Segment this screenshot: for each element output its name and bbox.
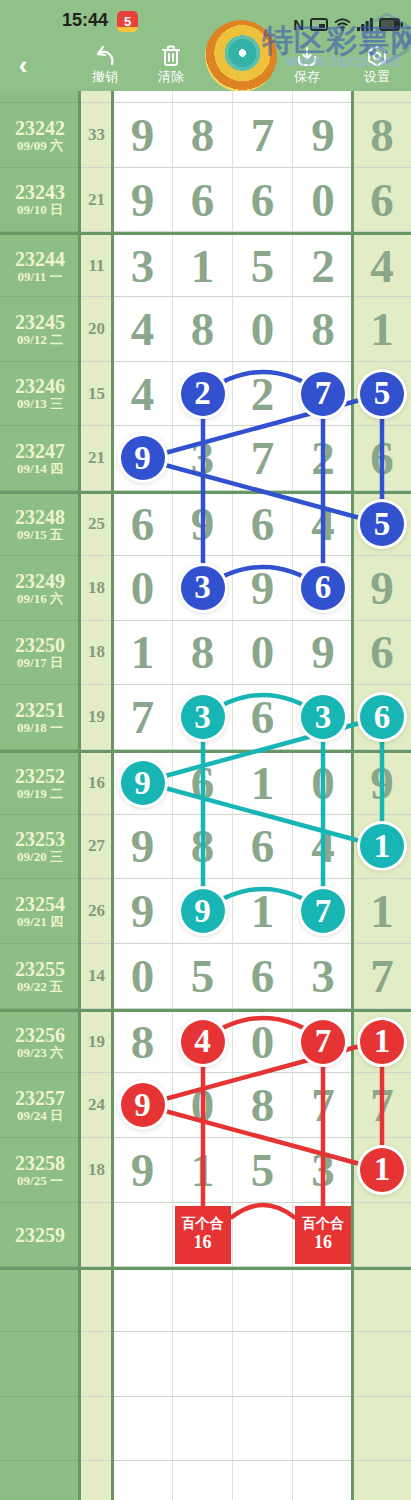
period-number: 23251 [15,699,65,721]
clear-button[interactable]: 清除 [140,44,202,90]
digit-cell[interactable]: 9 [113,879,173,944]
period-label-cell: 2324809/15 五 [0,494,80,556]
circled-digit[interactable]: 9 [181,889,225,933]
digit-cell[interactable]: 1 [353,1012,411,1074]
digit: 9 [131,1143,155,1197]
digit: 9 [131,819,155,873]
digit-cell[interactable]: 9 [173,494,233,556]
digit: 1 [191,1143,215,1197]
digit-cell[interactable]: 0 [173,1073,233,1138]
digit: 6 [191,756,215,810]
table-row: 2324909/16 六1803969 [0,556,411,621]
circled-digit[interactable]: 6 [360,695,404,739]
digit: 7 [251,108,275,162]
circled-digit[interactable]: 9 [121,761,165,805]
digit-cell[interactable]: 8 [173,621,233,686]
period-number: 23257 [15,1087,65,1109]
digit-cell[interactable]: 1 [353,297,411,362]
circled-digit[interactable]: 9 [121,436,165,480]
sum-cell: 15 [80,362,113,427]
sum-cell: 18 [80,621,113,686]
draw-date: 09/11 一 [17,270,62,284]
digit: 4 [131,367,155,421]
digit-cell[interactable]: 4 [293,494,353,556]
digit-cell[interactable]: 6 [233,685,293,750]
draw-date: 09/20 三 [17,850,63,864]
digit-cell[interactable]: 0 [233,621,293,686]
period-number: 23259 [15,1224,65,1246]
sum-cell [80,1461,113,1500]
digit-cell[interactable]: 3 [113,235,173,297]
digit-cell[interactable] [113,1332,173,1397]
period-number: 23242 [15,117,65,139]
cell [0,91,80,103]
sum-annotation-label: 百个合 [182,1216,224,1232]
digit-cell[interactable]: 2 [173,362,233,427]
digit-cell[interactable]: 8 [173,103,233,168]
digit: 4 [370,239,394,293]
notification-app-icon: 5 [117,11,138,32]
digit-cell[interactable]: 8 [293,297,353,362]
digit: 2 [311,431,335,485]
digit-cell[interactable]: 7 [293,1012,353,1074]
digit: 5 [191,949,215,1003]
digit: 6 [251,173,275,227]
circled-digit[interactable]: 2 [181,372,225,416]
digit-cell[interactable]: 5 [233,235,293,297]
draw-date: 09/09 六 [17,139,63,153]
digit-cell[interactable]: 6 [173,168,233,233]
period-label-cell: 2324209/09 六 [0,103,80,168]
digit: 8 [191,819,215,873]
digit-cell[interactable]: 9 [233,556,293,621]
digit: 0 [131,561,155,615]
digit-cell[interactable] [353,1270,411,1332]
digit: 6 [370,625,394,679]
digit-cell[interactable]: 7 [293,879,353,944]
digit-cell[interactable]: 9 [113,1073,173,1138]
digit: 9 [370,561,394,615]
digit-cell[interactable]: 3 [173,556,233,621]
circled-digit[interactable]: 1 [360,824,404,868]
table-row: 2324809/15 五2569645 [0,491,411,556]
sum-cell: 20 [80,297,113,362]
digit: 4 [311,497,335,551]
period-label-cell: 2325109/18 一 [0,685,80,750]
period-number: 23245 [15,311,65,333]
digit-cell[interactable]: 6 [353,426,411,491]
digit-cell[interactable]: 0 [233,297,293,362]
table-row: 2324409/11 一1131524 [0,232,411,297]
period-label-cell: 2324509/12 二 [0,297,80,362]
circled-digit[interactable]: 1 [360,1020,404,1064]
sum-cell: 24 [80,1073,113,1138]
digit-cell[interactable]: 0 [293,168,353,233]
save-label: 保存 [294,70,320,84]
table-row: 23259百个合16百个合16 [0,1203,411,1268]
digit-cell[interactable]: 0 [113,556,173,621]
undo-icon [93,44,117,68]
digit: 1 [370,302,394,356]
sum-annotation-value: 16 [194,1232,212,1253]
digit-cell[interactable]: 5 [353,362,411,427]
table-row: 2325709/24 日2490877 [0,1073,411,1138]
digit-cell[interactable]: 6 [233,944,293,1009]
table-row: 2325309/20 三2798641 [0,815,411,880]
digit-cell[interactable]: 6 [233,168,293,233]
digit-cell[interactable] [293,1397,353,1462]
table-row: 2324709/14 四2193726 [0,426,411,491]
circled-digit[interactable]: 1 [360,1148,404,1192]
table-vertical-border [111,91,114,1500]
digit-cell[interactable] [233,1270,293,1332]
period-number: 23248 [15,506,65,528]
digit: 7 [251,431,275,485]
digit: 0 [251,302,275,356]
digit-cell[interactable]: 7 [113,685,173,750]
digit-cell[interactable]: 6 [233,815,293,880]
period-label-cell: 2325509/22 五 [0,944,80,1009]
digit-cell[interactable]: 1 [173,235,233,297]
digit-cell[interactable]: 8 [113,1012,173,1074]
sum-annotation-box[interactable]: 百个合16 [175,1206,231,1264]
digit-cell[interactable]: 1 [233,879,293,944]
digit-cell[interactable] [353,1332,411,1397]
digit: 8 [311,302,335,356]
digit: 5 [251,1143,275,1197]
table-row: 2325509/22 五1405637 [0,944,411,1009]
table-row [0,1397,411,1462]
digit-cell[interactable]: 7 [233,426,293,491]
digit-cell[interactable]: 3 [293,944,353,1009]
circled-digit[interactable]: 6 [301,566,345,610]
circled-digit[interactable]: 3 [181,695,225,739]
table-row-partial [0,91,411,103]
table-row: 2325209/19 二1696109 [0,750,411,815]
digit-cell[interactable]: 9 [113,815,173,880]
circled-digit[interactable]: 5 [360,502,404,546]
digit: 9 [131,884,155,938]
sum-cell: 33 [80,103,113,168]
digit-cell[interactable]: 9 [113,168,173,233]
digit-cell[interactable] [353,1461,411,1500]
digit-cell[interactable] [113,1461,173,1500]
circled-digit[interactable]: 5 [360,372,404,416]
digit-cell[interactable]: 9 [113,1138,173,1203]
circled-digit[interactable]: 3 [301,695,345,739]
draw-date: 09/18 一 [17,721,63,735]
cell [293,91,353,103]
digit: 6 [251,949,275,1003]
period-number: 23254 [15,893,65,915]
digit-cell[interactable]: 6 [293,556,353,621]
digit-cell[interactable]: 4 [113,362,173,427]
digit: 0 [251,625,275,679]
digit-cell[interactable] [353,1397,411,1462]
digit: 6 [251,819,275,873]
digit-cell[interactable]: 9 [353,753,411,815]
digit: 1 [251,884,275,938]
circled-digit[interactable]: 9 [121,1083,165,1127]
period-label-cell: 2325609/23 六 [0,1012,80,1074]
period-label-cell: 23259 [0,1203,80,1268]
draw-date: 09/25 一 [17,1174,63,1188]
sum-cell [80,1203,113,1268]
trash-icon [159,44,183,68]
digit-cell[interactable]: 0 [293,753,353,815]
sum-cell: 27 [80,815,113,880]
period-number: 23243 [15,181,65,203]
digit: 8 [131,1015,155,1069]
sum-cell: 21 [80,426,113,491]
digit: 7 [311,1078,335,1132]
undo-button[interactable]: 撤销 [74,44,136,90]
cell [233,91,293,103]
sum-cell: 14 [80,944,113,1009]
circled-digit[interactable]: 7 [301,889,345,933]
digit-cell[interactable]: 1 [353,879,411,944]
clock-time: 15:44 [62,10,108,31]
draw-date: 09/19 二 [17,787,63,801]
digit-cell[interactable]: 6 [233,494,293,556]
period-number: 23246 [15,375,65,397]
sum-annotation-label: 百个合 [302,1216,344,1232]
table-row: 2325009/17 日1818096 [0,621,411,686]
digit-cell[interactable]: 0 [233,1012,293,1074]
digit: 7 [370,949,394,1003]
digit-cell[interactable] [353,1203,411,1268]
table-row: 2324609/13 三1542275 [0,362,411,427]
digit-cell[interactable]: 5 [173,944,233,1009]
digit-cell[interactable]: 4 [173,1012,233,1074]
digit-cell[interactable] [173,1332,233,1397]
table-row [0,1332,411,1397]
period-label-cell: 2324709/14 四 [0,426,80,491]
table-vertical-border [351,91,354,1500]
digit-cell[interactable]: 8 [353,103,411,168]
digit-cell[interactable]: 5 [353,494,411,556]
sum-cell [80,1332,113,1397]
digit-cell[interactable] [233,1203,293,1268]
sum-cell: 19 [80,685,113,750]
circled-digit[interactable]: 7 [301,372,345,416]
digit: 8 [370,108,394,162]
digit-cell[interactable]: 1 [353,1138,411,1203]
digit-cell[interactable]: 8 [173,815,233,880]
digit-cell[interactable]: 7 [353,944,411,1009]
digit: 1 [191,239,215,293]
draw-date: 09/15 五 [17,528,63,542]
digit: 6 [191,173,215,227]
digit-cell[interactable]: 4 [353,235,411,297]
digit-cell[interactable] [293,1332,353,1397]
table-row: 2324309/10 日2196606 [0,168,411,233]
digit: 9 [191,497,215,551]
period-label-cell: 2324609/13 三 [0,362,80,427]
digit: 9 [251,561,275,615]
digit: 7 [131,690,155,744]
digit-cell[interactable]: 9 [113,426,173,491]
undo-label: 撤销 [92,70,118,84]
digit: 6 [131,497,155,551]
digit: 6 [251,690,275,744]
digit-cell[interactable] [173,1461,233,1500]
sum-cell [80,1270,113,1332]
digit-cell[interactable]: 8 [173,297,233,362]
table-row: 2324209/09 六3398798 [0,103,411,168]
digit-cell[interactable]: 7 [353,1073,411,1138]
sum-cell: 16 [80,753,113,815]
digit: 7 [370,1078,394,1132]
digit-cell[interactable]: 4 [293,815,353,880]
digit-cell[interactable]: 1 [113,621,173,686]
draw-date: 09/17 日 [17,656,63,670]
digit-cell[interactable]: 3 [293,1138,353,1203]
digit-cell[interactable]: 0 [113,944,173,1009]
table-row [0,1461,411,1500]
period-label-cell [0,1332,80,1397]
digit: 6 [251,497,275,551]
digit-cell[interactable]: 6 [353,168,411,233]
period-label-cell [0,1461,80,1500]
digit-cell[interactable]: 6 [173,753,233,815]
watermark-hexagon [362,12,411,64]
digit-cell[interactable] [173,1397,233,1462]
digit: 0 [131,949,155,1003]
sum-annotation-box[interactable]: 百个合16 [295,1206,351,1264]
table-row [0,1267,411,1332]
digit: 0 [311,173,335,227]
digit-cell[interactable]: 1 [173,1138,233,1203]
table-row: 2325409/21 四2699171 [0,879,411,944]
digit-cell[interactable] [113,1203,173,1268]
digit: 1 [131,625,155,679]
back-button[interactable]: ‹ [10,50,36,80]
digit: 1 [251,756,275,810]
digit-cell[interactable] [113,1397,173,1462]
clear-label: 清除 [158,70,184,84]
digit: 2 [311,239,335,293]
table-row: 2324509/12 二2048081 [0,297,411,362]
digit-cell[interactable]: 2 [293,235,353,297]
digit-cell[interactable]: 1 [353,815,411,880]
digit: 9 [131,173,155,227]
draw-date: 09/23 六 [17,1046,63,1060]
digit-cell[interactable] [293,1461,353,1500]
cell [353,91,411,103]
digit-cell[interactable] [233,1332,293,1397]
period-number: 23255 [15,958,65,980]
table-row: 2325809/25 一1891531 [0,1138,411,1203]
period-label-cell: 2324409/11 一 [0,235,80,297]
sum-cell: 18 [80,1138,113,1203]
period-label-cell: 2325309/20 三 [0,815,80,880]
circled-digit[interactable]: 7 [301,1020,345,1064]
digit-cell[interactable]: 百个合16 [173,1203,233,1268]
draw-date: 09/24 日 [17,1109,63,1123]
digit-cell[interactable]: 6 [353,685,411,750]
digit-cell[interactable]: 7 [233,103,293,168]
digit-cell[interactable] [233,1397,293,1462]
digit-cell[interactable]: 9 [293,621,353,686]
sum-cell: 19 [80,1012,113,1074]
digit-cell[interactable]: 6 [353,621,411,686]
digit-cell[interactable]: 3 [173,685,233,750]
cell [113,91,173,103]
period-label-cell: 2324909/16 六 [0,556,80,621]
digit-cell[interactable]: 7 [293,1073,353,1138]
digit-cell[interactable]: 2 [293,426,353,491]
sum-cell: 21 [80,168,113,233]
digit-cell[interactable]: 9 [293,103,353,168]
cell [80,91,113,103]
digit-cell[interactable]: 8 [233,1073,293,1138]
digit: 2 [251,367,275,421]
digit-cell[interactable]: 百个合16 [293,1203,353,1268]
digit: 4 [311,819,335,873]
digit: 9 [311,625,335,679]
digit-cell[interactable]: 4 [113,297,173,362]
period-number: 23256 [15,1024,65,1046]
digit-cell[interactable] [293,1270,353,1332]
digit: 6 [370,173,394,227]
digit-cell[interactable]: 3 [293,685,353,750]
draw-date: 09/12 二 [17,333,63,347]
period-number: 23258 [15,1152,65,1174]
digit: 8 [191,625,215,679]
draw-date: 09/10 日 [17,203,63,217]
circled-digit[interactable]: 4 [181,1020,225,1064]
digit-cell[interactable]: 9 [113,753,173,815]
period-label-cell [0,1270,80,1332]
period-label-cell: 2325209/19 二 [0,753,80,815]
cell [173,91,233,103]
draw-date: 09/22 五 [17,980,63,994]
period-label-cell: 2325009/17 日 [0,621,80,686]
digit-cell[interactable] [113,1270,173,1332]
digit-cell[interactable]: 7 [293,362,353,427]
digit-cell[interactable] [233,1461,293,1500]
settings-label: 设置 [364,70,390,84]
digit-cell[interactable]: 3 [173,426,233,491]
digit-cell[interactable]: 9 [173,879,233,944]
digit-cell[interactable]: 1 [233,753,293,815]
digit-cell[interactable]: 6 [113,494,173,556]
digit: 0 [251,1015,275,1069]
digit-cell[interactable]: 2 [233,362,293,427]
sum-cell: 26 [80,879,113,944]
period-number: 23244 [15,248,65,270]
digit-cell[interactable]: 5 [233,1138,293,1203]
digit: 8 [191,108,215,162]
digit-cell[interactable] [173,1270,233,1332]
digit: 9 [370,756,394,810]
digit-cell[interactable]: 9 [113,103,173,168]
digit: 6 [370,431,394,485]
table-vertical-border [78,91,81,1500]
draw-date: 09/21 四 [17,915,63,929]
digit: 3 [311,1143,335,1197]
circled-digit[interactable]: 3 [181,566,225,610]
digit-cell[interactable]: 9 [353,556,411,621]
digit: 0 [191,1078,215,1132]
draw-date: 09/13 三 [17,397,63,411]
period-label-cell [0,1397,80,1462]
period-number: 23253 [15,828,65,850]
period-label-cell: 2324309/10 日 [0,168,80,233]
digit: 8 [191,302,215,356]
digit: 0 [311,756,335,810]
